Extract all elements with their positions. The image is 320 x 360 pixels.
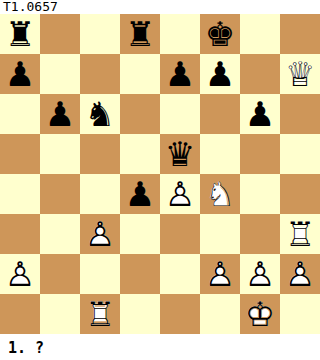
piece-glyph: ♞ bbox=[80, 94, 120, 134]
square-h1[interactable] bbox=[280, 294, 320, 334]
piece-outline-layer: ♘ bbox=[200, 174, 240, 214]
piece-outline-layer: ♙ bbox=[0, 254, 40, 294]
square-a2[interactable]: ♟♙ bbox=[0, 254, 40, 294]
square-e7[interactable]: ♟ bbox=[160, 54, 200, 94]
square-d2[interactable] bbox=[120, 254, 160, 294]
square-b2[interactable] bbox=[40, 254, 80, 294]
square-c1[interactable]: ♜♖ bbox=[80, 294, 120, 334]
piece-glyph: ♟ bbox=[160, 54, 200, 94]
white-pawn[interactable]: ♟♙ bbox=[0, 254, 40, 294]
square-d8[interactable]: ♜ bbox=[120, 14, 160, 54]
puzzle-title: T1.0657 bbox=[0, 0, 320, 14]
piece-outline-layer: ♖ bbox=[280, 214, 320, 254]
square-b6[interactable]: ♟ bbox=[40, 94, 80, 134]
black-king[interactable]: ♚ bbox=[200, 14, 240, 54]
square-e8[interactable] bbox=[160, 14, 200, 54]
square-f3[interactable] bbox=[200, 214, 240, 254]
square-f6[interactable] bbox=[200, 94, 240, 134]
square-f2[interactable]: ♟♙ bbox=[200, 254, 240, 294]
black-pawn[interactable]: ♟ bbox=[120, 174, 160, 214]
white-knight[interactable]: ♞♘ bbox=[200, 174, 240, 214]
square-f7[interactable]: ♟ bbox=[200, 54, 240, 94]
square-d5[interactable] bbox=[120, 134, 160, 174]
square-c2[interactable] bbox=[80, 254, 120, 294]
piece-glyph: ♜ bbox=[120, 14, 160, 54]
square-g1[interactable]: ♚♔ bbox=[240, 294, 280, 334]
square-e3[interactable] bbox=[160, 214, 200, 254]
white-queen[interactable]: ♛♕ bbox=[280, 54, 320, 94]
square-d6[interactable] bbox=[120, 94, 160, 134]
square-h8[interactable] bbox=[280, 14, 320, 54]
piece-glyph: ♟ bbox=[0, 54, 40, 94]
square-f8[interactable]: ♚ bbox=[200, 14, 240, 54]
square-a3[interactable] bbox=[0, 214, 40, 254]
black-pawn[interactable]: ♟ bbox=[240, 94, 280, 134]
square-a4[interactable] bbox=[0, 174, 40, 214]
square-g4[interactable] bbox=[240, 174, 280, 214]
square-d3[interactable] bbox=[120, 214, 160, 254]
square-d1[interactable] bbox=[120, 294, 160, 334]
square-g8[interactable] bbox=[240, 14, 280, 54]
white-pawn[interactable]: ♟♙ bbox=[240, 254, 280, 294]
square-g3[interactable] bbox=[240, 214, 280, 254]
square-h2[interactable]: ♟♙ bbox=[280, 254, 320, 294]
square-c6[interactable]: ♞ bbox=[80, 94, 120, 134]
piece-outline-layer: ♙ bbox=[240, 254, 280, 294]
square-a6[interactable] bbox=[0, 94, 40, 134]
white-king[interactable]: ♚♔ bbox=[240, 294, 280, 334]
black-pawn[interactable]: ♟ bbox=[0, 54, 40, 94]
square-h5[interactable] bbox=[280, 134, 320, 174]
piece-outline-layer: ♔ bbox=[240, 294, 280, 334]
square-e4[interactable]: ♟♙ bbox=[160, 174, 200, 214]
black-pawn[interactable]: ♟ bbox=[40, 94, 80, 134]
black-pawn[interactable]: ♟ bbox=[160, 54, 200, 94]
piece-glyph: ♜ bbox=[0, 14, 40, 54]
square-c4[interactable] bbox=[80, 174, 120, 214]
square-e1[interactable] bbox=[160, 294, 200, 334]
square-h3[interactable]: ♜♖ bbox=[280, 214, 320, 254]
square-a7[interactable]: ♟ bbox=[0, 54, 40, 94]
piece-glyph: ♛ bbox=[160, 134, 200, 174]
piece-glyph: ♟ bbox=[200, 54, 240, 94]
square-f5[interactable] bbox=[200, 134, 240, 174]
square-a1[interactable] bbox=[0, 294, 40, 334]
square-b1[interactable] bbox=[40, 294, 80, 334]
piece-glyph: ♚ bbox=[200, 14, 240, 54]
white-pawn[interactable]: ♟♙ bbox=[80, 214, 120, 254]
piece-glyph: ♟ bbox=[120, 174, 160, 214]
square-d4[interactable]: ♟ bbox=[120, 174, 160, 214]
piece-outline-layer: ♙ bbox=[280, 254, 320, 294]
move-prompt: 1. ? bbox=[0, 334, 320, 357]
square-b7[interactable] bbox=[40, 54, 80, 94]
piece-outline-layer: ♙ bbox=[80, 214, 120, 254]
square-h6[interactable] bbox=[280, 94, 320, 134]
square-f4[interactable]: ♞♘ bbox=[200, 174, 240, 214]
square-c3[interactable]: ♟♙ bbox=[80, 214, 120, 254]
square-b8[interactable] bbox=[40, 14, 80, 54]
square-g2[interactable]: ♟♙ bbox=[240, 254, 280, 294]
square-b5[interactable] bbox=[40, 134, 80, 174]
piece-outline-layer: ♙ bbox=[200, 254, 240, 294]
square-d7[interactable] bbox=[120, 54, 160, 94]
square-b4[interactable] bbox=[40, 174, 80, 214]
black-pawn[interactable]: ♟ bbox=[200, 54, 240, 94]
square-g7[interactable] bbox=[240, 54, 280, 94]
square-b3[interactable] bbox=[40, 214, 80, 254]
white-pawn[interactable]: ♟♙ bbox=[280, 254, 320, 294]
white-rook[interactable]: ♜♖ bbox=[280, 214, 320, 254]
square-e2[interactable] bbox=[160, 254, 200, 294]
square-e6[interactable] bbox=[160, 94, 200, 134]
white-pawn[interactable]: ♟♙ bbox=[160, 174, 200, 214]
piece-glyph: ♟ bbox=[40, 94, 80, 134]
square-g5[interactable] bbox=[240, 134, 280, 174]
white-rook[interactable]: ♜♖ bbox=[80, 294, 120, 334]
square-a8[interactable]: ♜ bbox=[0, 14, 40, 54]
black-queen[interactable]: ♛ bbox=[160, 134, 200, 174]
black-rook[interactable]: ♜ bbox=[120, 14, 160, 54]
piece-outline-layer: ♕ bbox=[280, 54, 320, 94]
black-knight[interactable]: ♞ bbox=[80, 94, 120, 134]
black-rook[interactable]: ♜ bbox=[0, 14, 40, 54]
piece-outline-layer: ♙ bbox=[160, 174, 200, 214]
piece-outline-layer: ♖ bbox=[80, 294, 120, 334]
square-h4[interactable] bbox=[280, 174, 320, 214]
square-f1[interactable] bbox=[200, 294, 240, 334]
piece-glyph: ♟ bbox=[240, 94, 280, 134]
white-pawn[interactable]: ♟♙ bbox=[200, 254, 240, 294]
square-c7[interactable] bbox=[80, 54, 120, 94]
square-h7[interactable]: ♛♕ bbox=[280, 54, 320, 94]
square-e5[interactable]: ♛ bbox=[160, 134, 200, 174]
square-c8[interactable] bbox=[80, 14, 120, 54]
square-a5[interactable] bbox=[0, 134, 40, 174]
square-c5[interactable] bbox=[80, 134, 120, 174]
chess-board: ♜♜♚♟♟♟♛♕♟♞♟♛♟♟♙♞♘♟♙♜♖♟♙♟♙♟♙♟♙♜♖♚♔ bbox=[0, 14, 320, 334]
square-g6[interactable]: ♟ bbox=[240, 94, 280, 134]
